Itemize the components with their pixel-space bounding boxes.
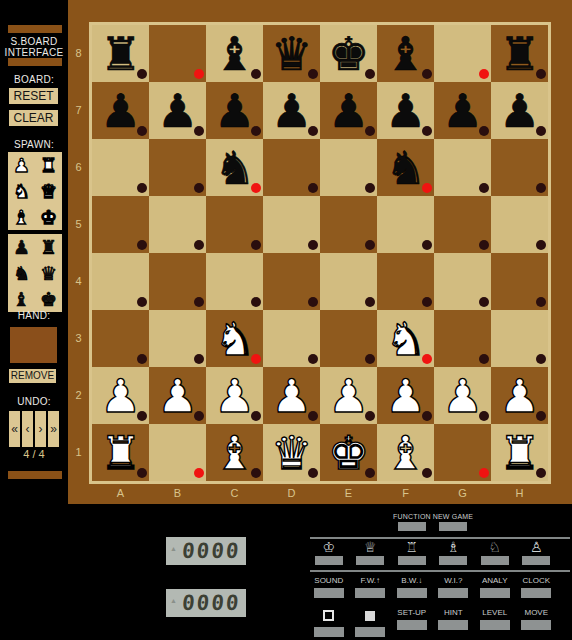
square-a4[interactable]	[92, 253, 149, 310]
square-d3[interactable]	[263, 310, 320, 367]
square-h6[interactable]	[491, 139, 548, 196]
move-highlight-dot	[251, 183, 261, 193]
square-dot	[137, 240, 147, 250]
file-label-e: E	[320, 484, 377, 502]
piece-black-pawn[interactable]: ♟	[385, 88, 426, 134]
square-dot	[137, 126, 147, 136]
square-dot	[422, 468, 432, 478]
black-knight-icon: ♞	[13, 264, 30, 283]
king-button[interactable]	[315, 556, 343, 565]
square-d7[interactable]: ♟	[263, 82, 320, 139]
piece-white-queen[interactable]: ♛	[271, 430, 312, 476]
king-icon: ♔	[308, 540, 350, 554]
square-a5[interactable]	[92, 196, 149, 253]
square-dot	[536, 411, 546, 421]
level-label: LEVEL	[474, 607, 516, 618]
square-dot	[365, 69, 375, 79]
what-if-control: W.I.?	[433, 575, 475, 598]
white-side-icon	[323, 610, 334, 621]
analyze-control: ANALY	[474, 575, 516, 598]
up-triangle-icon: ▲	[170, 597, 177, 604]
level-button[interactable]	[480, 620, 510, 630]
spawn-white-bishop[interactable]: ♝	[8, 204, 35, 230]
square-h2[interactable]: ♟	[491, 367, 548, 424]
function-button-row-2: SET-UPHINTLEVELMOVE	[308, 607, 557, 637]
s-board-interface: S.BOARD INTERFACE BOARD: RESET CLEAR SPA…	[0, 0, 572, 640]
square-dot	[422, 69, 432, 79]
piece-white-rook[interactable]: ♜	[499, 430, 540, 476]
square-g1[interactable]	[434, 424, 491, 481]
piece-black-rook[interactable]: ♜	[100, 31, 141, 77]
move-control: MOVE	[516, 607, 558, 637]
hand-section-label: HAND:	[0, 310, 68, 321]
square-dot	[536, 183, 546, 193]
file-label-a: A	[92, 484, 149, 502]
square-g4[interactable]	[434, 253, 491, 310]
undo-section-label: UNDO:	[0, 396, 68, 407]
piece-white-bishop[interactable]: ♝	[214, 430, 255, 476]
square-h3[interactable]	[491, 310, 548, 367]
square-dot	[536, 354, 546, 364]
piece-button-row: ♔♕♖♗♘♙	[308, 540, 557, 565]
piece-black-pawn[interactable]: ♟	[100, 88, 141, 134]
new-game-label: NEW GAME	[425, 513, 481, 520]
square-dot	[536, 126, 546, 136]
rank-label-4: 4	[68, 253, 89, 310]
move-highlight-dot	[479, 69, 489, 79]
spawn-tray-black: ♟♜♞♛♝♚	[8, 234, 62, 312]
function-button-row-1: SOUNDF.W.↑B.W.↓W.I.?ANALYCLOCK	[308, 575, 557, 598]
up-triangle-icon: ▲	[170, 545, 177, 552]
square-a3[interactable]	[92, 310, 149, 367]
square-d8[interactable]: ♛	[263, 25, 320, 82]
king-control: ♔	[308, 540, 350, 565]
square-a7[interactable]: ♟	[92, 82, 149, 139]
clock-control: CLOCK	[516, 575, 558, 598]
square-c7[interactable]: ♟	[206, 82, 263, 139]
square-dot	[479, 183, 489, 193]
what-if-button[interactable]	[438, 588, 468, 598]
piece-white-pawn[interactable]: ♟	[442, 373, 483, 419]
clock-display-top: ▲ 0000	[166, 537, 246, 565]
file-label-d: D	[263, 484, 320, 502]
square-g5[interactable]	[434, 196, 491, 253]
square-f1[interactable]: ♝	[377, 424, 434, 481]
forward-control: F.W.↑	[350, 575, 392, 598]
square-dot	[365, 126, 375, 136]
square-dot	[251, 411, 261, 421]
square-d2[interactable]: ♟	[263, 367, 320, 424]
square-dot	[422, 411, 432, 421]
square-dot	[422, 126, 432, 136]
square-dot	[479, 297, 489, 307]
rook-control: ♖	[391, 540, 433, 565]
square-b3[interactable]	[149, 310, 206, 367]
square-dot	[308, 183, 318, 193]
square-g8[interactable]	[434, 25, 491, 82]
black-side-icon	[365, 611, 375, 621]
square-a6[interactable]	[92, 139, 149, 196]
square-f3[interactable]: ♞	[377, 310, 434, 367]
app-title: S.BOARD INTERFACE	[0, 36, 68, 58]
bishop-icon: ♗	[433, 540, 475, 554]
sound-control: SOUND	[308, 575, 350, 598]
file-label-c: C	[206, 484, 263, 502]
black-rook-icon: ♜	[40, 238, 57, 257]
square-f5[interactable]	[377, 196, 434, 253]
white-knight-icon: ♞	[13, 182, 30, 201]
knight-control: ♘	[474, 540, 516, 565]
spawn-tray-white: ♟♜♞♛♝♚	[8, 152, 62, 230]
set-up-button[interactable]	[397, 620, 427, 630]
square-d4[interactable]	[263, 253, 320, 310]
square-dot	[422, 297, 432, 307]
square-dot	[137, 183, 147, 193]
square-dot	[308, 354, 318, 364]
forward-button[interactable]	[355, 588, 385, 598]
square-dot	[251, 69, 261, 79]
pawn-button[interactable]	[522, 556, 550, 565]
square-g7[interactable]: ♟	[434, 82, 491, 139]
move-highlight-dot	[194, 468, 204, 478]
piece-white-bishop[interactable]: ♝	[385, 430, 426, 476]
square-h7[interactable]: ♟	[491, 82, 548, 139]
square-b8[interactable]	[149, 25, 206, 82]
square-dot	[137, 354, 147, 364]
move-label: MOVE	[516, 607, 558, 618]
hint-button[interactable]	[438, 620, 468, 630]
square-f8[interactable]: ♝	[377, 25, 434, 82]
square-dot	[137, 297, 147, 307]
reset-button[interactable]: RESET	[9, 88, 58, 104]
square-h4[interactable]	[491, 253, 548, 310]
spawn-section-label: SPAWN:	[0, 139, 68, 150]
app-title-line2: INTERFACE	[0, 47, 68, 58]
square-dot	[137, 468, 147, 478]
piece-black-pawn[interactable]: ♟	[499, 88, 540, 134]
square-d6[interactable]	[263, 139, 320, 196]
control-panel: FUNCTION NEW GAME ♔♕♖♗♘♙ SOUNDF.W.↑B.W.↓…	[308, 508, 572, 640]
square-e2[interactable]: ♟	[320, 367, 377, 424]
redo-to-end-button[interactable]: »	[48, 411, 59, 447]
square-dot	[194, 297, 204, 307]
clock-label: CLOCK	[516, 575, 558, 586]
square-b1[interactable]	[149, 424, 206, 481]
square-dot	[422, 240, 432, 250]
function-button[interactable]	[398, 522, 426, 531]
hand-slot[interactable]	[10, 327, 57, 363]
panel-divider	[310, 570, 570, 572]
spawn-black-king[interactable]: ♚	[35, 286, 62, 312]
sound-label: SOUND	[308, 575, 350, 586]
rank-label-8: 8	[68, 25, 89, 82]
square-d5[interactable]	[263, 196, 320, 253]
black-side-control	[350, 607, 392, 637]
square-f4[interactable]	[377, 253, 434, 310]
square-c8[interactable]: ♝	[206, 25, 263, 82]
square-dot	[536, 69, 546, 79]
spawn-black-pawn[interactable]: ♟	[8, 234, 35, 260]
square-dot	[365, 240, 375, 250]
white-rook-icon: ♜	[40, 156, 57, 175]
white-bishop-icon: ♝	[13, 208, 30, 227]
bishop-button[interactable]	[439, 556, 467, 565]
move-highlight-dot	[422, 354, 432, 364]
remove-button[interactable]: REMOVE	[9, 369, 56, 383]
piece-black-pawn[interactable]: ♟	[157, 88, 198, 134]
piece-black-knight[interactable]: ♞	[385, 145, 426, 191]
square-b2[interactable]: ♟	[149, 367, 206, 424]
set-up-label: SET-UP	[391, 607, 433, 618]
square-dot	[308, 297, 318, 307]
queen-button[interactable]	[356, 556, 384, 565]
black-pawn-icon: ♟	[13, 238, 30, 257]
square-b6[interactable]	[149, 139, 206, 196]
square-c3[interactable]: ♞	[206, 310, 263, 367]
sound-button[interactable]	[314, 588, 344, 598]
spawn-white-knight[interactable]: ♞	[8, 178, 35, 204]
forward-label: F.W.↑	[350, 575, 392, 586]
square-dot	[194, 126, 204, 136]
white-side-button[interactable]	[314, 627, 344, 637]
black-queen-icon: ♛	[40, 264, 57, 283]
square-dot	[308, 126, 318, 136]
square-dot	[479, 126, 489, 136]
board-frame: ♜♝♛♚♝♜♟♟♟♟♟♟♟♟♞♞♞♞♟♟♟♟♟♟♟♟♜♝♛♚♝♜ 8765432…	[68, 0, 572, 504]
sidebar-accent-bar	[8, 25, 62, 33]
square-e6[interactable]	[320, 139, 377, 196]
new-game-button[interactable]	[439, 522, 467, 531]
piece-black-pawn[interactable]: ♟	[328, 88, 369, 134]
white-king-icon: ♚	[40, 208, 57, 227]
chess-board: ♜♝♛♚♝♜♟♟♟♟♟♟♟♟♞♞♞♞♟♟♟♟♟♟♟♟♜♝♛♚♝♜	[92, 25, 548, 481]
file-label-h: H	[491, 484, 548, 502]
move-highlight-dot	[251, 354, 261, 364]
square-dot	[479, 411, 489, 421]
square-a2[interactable]: ♟	[92, 367, 149, 424]
square-c5[interactable]	[206, 196, 263, 253]
square-dot	[137, 69, 147, 79]
piece-white-pawn[interactable]: ♟	[100, 373, 141, 419]
white-queen-icon: ♛	[40, 182, 57, 201]
pawn-icon: ♙	[516, 540, 558, 554]
square-dot	[536, 297, 546, 307]
piece-black-rook[interactable]: ♜	[499, 31, 540, 77]
piece-white-king[interactable]: ♚	[328, 430, 369, 476]
square-f7[interactable]: ♟	[377, 82, 434, 139]
rank-label-2: 2	[68, 367, 89, 424]
square-dot	[251, 468, 261, 478]
clock-display-bottom-digits: 0000	[181, 591, 242, 615]
move-highlight-dot	[422, 183, 432, 193]
analyze-label: ANALY	[474, 575, 516, 586]
piece-black-pawn[interactable]: ♟	[271, 88, 312, 134]
rank-label-1: 1	[68, 424, 89, 481]
piece-white-knight[interactable]: ♞	[214, 316, 255, 362]
move-highlight-dot	[194, 69, 204, 79]
backward-label: B.W.↓	[391, 575, 433, 586]
square-dot	[194, 354, 204, 364]
undo-step-button[interactable]: ‹	[22, 411, 33, 447]
square-dot	[365, 297, 375, 307]
square-b5[interactable]	[149, 196, 206, 253]
square-a8[interactable]: ♜	[92, 25, 149, 82]
spawn-black-queen[interactable]: ♛	[35, 260, 62, 286]
rank-label-7: 7	[68, 82, 89, 139]
square-dot	[365, 354, 375, 364]
spawn-black-bishop[interactable]: ♝	[8, 286, 35, 312]
board-section-label: BOARD:	[0, 74, 68, 85]
file-label-b: B	[149, 484, 206, 502]
square-h8[interactable]: ♜	[491, 25, 548, 82]
square-dot	[194, 183, 204, 193]
rank-label-6: 6	[68, 139, 89, 196]
pawn-control: ♙	[516, 540, 558, 565]
clock-display-top-digits: 0000	[181, 539, 242, 563]
spawn-black-rook[interactable]: ♜	[35, 234, 62, 260]
square-h5[interactable]	[491, 196, 548, 253]
square-dot	[308, 468, 318, 478]
piece-black-pawn[interactable]: ♟	[214, 88, 255, 134]
piece-black-bishop[interactable]: ♝	[214, 31, 255, 77]
queen-icon: ♕	[350, 540, 392, 554]
rook-icon: ♖	[391, 540, 433, 554]
rank-label-3: 3	[68, 310, 89, 367]
clear-button[interactable]: CLEAR	[9, 110, 58, 126]
square-e4[interactable]	[320, 253, 377, 310]
rank-label-5: 5	[68, 196, 89, 253]
square-h1[interactable]: ♜	[491, 424, 548, 481]
white-pawn-icon: ♟	[13, 156, 30, 175]
piece-white-pawn[interactable]: ♟	[271, 373, 312, 419]
sidebar-accent-bar	[8, 58, 62, 66]
square-dot	[536, 468, 546, 478]
piece-black-pawn[interactable]: ♟	[442, 88, 483, 134]
what-if-label: W.I.?	[433, 575, 475, 586]
square-dot	[365, 411, 375, 421]
piece-black-knight[interactable]: ♞	[214, 145, 255, 191]
piece-white-pawn[interactable]: ♟	[499, 373, 540, 419]
square-dot	[536, 240, 546, 250]
undo-controls: «‹›»	[9, 411, 59, 447]
square-c4[interactable]	[206, 253, 263, 310]
knight-button[interactable]	[481, 556, 509, 565]
square-a1[interactable]: ♜	[92, 424, 149, 481]
piece-white-pawn[interactable]: ♟	[214, 373, 255, 419]
black-king-icon: ♚	[40, 290, 57, 309]
square-e1[interactable]: ♚	[320, 424, 377, 481]
square-dot	[251, 240, 261, 250]
spawn-white-rook[interactable]: ♜	[35, 152, 62, 178]
hint-label: HINT	[433, 607, 475, 618]
redo-step-button[interactable]: ›	[35, 411, 46, 447]
hint-control: HINT	[433, 607, 475, 637]
square-b7[interactable]: ♟	[149, 82, 206, 139]
backward-button[interactable]	[397, 588, 427, 598]
square-dot	[194, 411, 204, 421]
queen-control: ♕	[350, 540, 392, 565]
square-e8[interactable]: ♚	[320, 25, 377, 82]
square-b4[interactable]	[149, 253, 206, 310]
rook-button[interactable]	[398, 556, 426, 565]
square-f2[interactable]: ♟	[377, 367, 434, 424]
black-side-button[interactable]	[355, 627, 385, 637]
square-dot	[479, 240, 489, 250]
square-c1[interactable]: ♝	[206, 424, 263, 481]
square-c2[interactable]: ♟	[206, 367, 263, 424]
square-f6[interactable]: ♞	[377, 139, 434, 196]
spawn-white-queen[interactable]: ♛	[35, 178, 62, 204]
analyze-button[interactable]	[480, 588, 510, 598]
square-dot	[137, 411, 147, 421]
square-d1[interactable]: ♛	[263, 424, 320, 481]
piece-white-knight[interactable]: ♞	[385, 316, 426, 362]
clock-button[interactable]	[521, 588, 551, 598]
move-highlight-dot	[479, 468, 489, 478]
clock-display-bottom: ▲ 0000	[166, 589, 246, 617]
square-dot	[365, 468, 375, 478]
square-g3[interactable]	[434, 310, 491, 367]
piece-white-pawn[interactable]: ♟	[385, 373, 426, 419]
square-dot	[479, 354, 489, 364]
file-label-f: F	[377, 484, 434, 502]
square-dot	[251, 126, 261, 136]
bishop-control: ♗	[433, 540, 475, 565]
square-dot	[308, 411, 318, 421]
square-g6[interactable]	[434, 139, 491, 196]
spawn-white-pawn[interactable]: ♟	[8, 152, 35, 178]
piece-white-rook[interactable]: ♜	[100, 430, 141, 476]
piece-white-pawn[interactable]: ♟	[328, 373, 369, 419]
undo-to-start-button[interactable]: «	[9, 411, 20, 447]
square-dot	[194, 240, 204, 250]
sidebar-accent-bar	[8, 471, 62, 479]
app-title-line1: S.BOARD	[0, 36, 68, 47]
knight-icon: ♘	[474, 540, 516, 554]
square-dot	[365, 183, 375, 193]
square-dot	[251, 297, 261, 307]
file-label-g: G	[434, 484, 491, 502]
square-dot	[308, 69, 318, 79]
piece-black-bishop[interactable]: ♝	[385, 31, 426, 77]
spawn-black-knight[interactable]: ♞	[8, 260, 35, 286]
square-e7[interactable]: ♟	[320, 82, 377, 139]
piece-white-pawn[interactable]: ♟	[157, 373, 198, 419]
move-button[interactable]	[521, 620, 551, 630]
backward-control: B.W.↓	[391, 575, 433, 598]
piece-black-queen[interactable]: ♛	[271, 31, 312, 77]
square-g2[interactable]: ♟	[434, 367, 491, 424]
square-e5[interactable]	[320, 196, 377, 253]
level-control: LEVEL	[474, 607, 516, 637]
set-up-control: SET-UP	[391, 607, 433, 637]
new-game-control: NEW GAME	[425, 513, 481, 531]
square-dot	[308, 240, 318, 250]
square-c6[interactable]: ♞	[206, 139, 263, 196]
undo-counter: 4 / 4	[4, 448, 64, 460]
spawn-white-king[interactable]: ♚	[35, 204, 62, 230]
black-bishop-icon: ♝	[13, 290, 30, 309]
piece-black-king[interactable]: ♚	[328, 31, 369, 77]
square-e3[interactable]	[320, 310, 377, 367]
white-side-control	[308, 607, 350, 637]
